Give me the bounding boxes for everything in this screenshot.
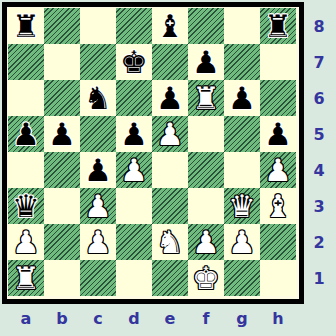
square-e4[interactable] (152, 152, 188, 188)
square-c6[interactable]: ♞ (80, 80, 116, 116)
black-pawn-f7: ♟ (192, 44, 220, 80)
white-pawn-a2: ♟ (12, 224, 40, 260)
rank-label-8: 8 (304, 8, 334, 44)
file-label-h: h (260, 303, 296, 333)
black-pawn-d5: ♟ (120, 116, 148, 152)
square-h8[interactable]: ♜ (260, 8, 296, 44)
square-c8[interactable] (80, 8, 116, 44)
square-h4[interactable]: ♟ (260, 152, 296, 188)
rank-label-7: 7 (304, 44, 334, 80)
square-f1[interactable]: ♚ (188, 260, 224, 296)
square-a1[interactable]: ♜ (8, 260, 44, 296)
square-a5[interactable]: ♟ (8, 116, 44, 152)
white-queen-g3: ♛ (228, 188, 256, 224)
board: ♜♝♜♚♟♞♟♜♟♟♟♟♟♟♟♟♟♛♟♛♝♟♟♞♟♟♜♚ (8, 8, 296, 296)
square-b8[interactable] (44, 8, 80, 44)
square-c4[interactable]: ♟ (80, 152, 116, 188)
file-labels: abcdefgh (8, 303, 296, 333)
file-label-a: a (8, 303, 44, 333)
square-g2[interactable]: ♟ (224, 224, 260, 260)
square-b6[interactable] (44, 80, 80, 116)
file-label-e: e (152, 303, 188, 333)
white-pawn-e5: ♟ (156, 116, 184, 152)
black-pawn-e6: ♟ (156, 80, 184, 116)
white-pawn-c2: ♟ (84, 224, 112, 260)
square-c1[interactable] (80, 260, 116, 296)
black-queen-a3: ♛ (12, 188, 40, 224)
square-d7[interactable]: ♚ (116, 44, 152, 80)
rank-label-2: 2 (304, 224, 334, 260)
white-pawn-f2: ♟ (192, 224, 220, 260)
square-a4[interactable] (8, 152, 44, 188)
square-d1[interactable] (116, 260, 152, 296)
square-c3[interactable]: ♟ (80, 188, 116, 224)
square-d5[interactable]: ♟ (116, 116, 152, 152)
square-g7[interactable] (224, 44, 260, 80)
square-f8[interactable] (188, 8, 224, 44)
square-g8[interactable] (224, 8, 260, 44)
square-c7[interactable] (80, 44, 116, 80)
rank-label-6: 6 (304, 80, 334, 116)
square-h1[interactable] (260, 260, 296, 296)
black-pawn-b5: ♟ (48, 116, 76, 152)
white-rook-a1: ♜ (12, 260, 40, 296)
square-a8[interactable]: ♜ (8, 8, 44, 44)
square-e7[interactable] (152, 44, 188, 80)
square-a2[interactable]: ♟ (8, 224, 44, 260)
rank-label-4: 4 (304, 152, 334, 188)
black-pawn-c4: ♟ (84, 152, 112, 188)
square-b7[interactable] (44, 44, 80, 80)
square-g6[interactable]: ♟ (224, 80, 260, 116)
square-b4[interactable] (44, 152, 80, 188)
square-f2[interactable]: ♟ (188, 224, 224, 260)
white-king-f1: ♚ (192, 260, 220, 296)
black-rook-a8: ♜ (12, 8, 40, 44)
black-pawn-g6: ♟ (228, 80, 256, 116)
file-label-c: c (80, 303, 116, 333)
square-g3[interactable]: ♛ (224, 188, 260, 224)
black-king-d7: ♚ (120, 44, 148, 80)
square-e3[interactable] (152, 188, 188, 224)
chess-diagram: ♜♝♜♚♟♞♟♜♟♟♟♟♟♟♟♟♟♛♟♛♝♟♟♞♟♟♜♚ 87654321 ab… (0, 0, 336, 336)
file-label-f: f (188, 303, 224, 333)
file-label-b: b (44, 303, 80, 333)
white-pawn-g2: ♟ (228, 224, 256, 260)
white-pawn-h4: ♟ (264, 152, 292, 188)
square-d8[interactable] (116, 8, 152, 44)
board-frame: ♜♝♜♚♟♞♟♜♟♟♟♟♟♟♟♟♟♛♟♛♝♟♟♞♟♟♜♚ (2, 2, 304, 304)
rank-label-5: 5 (304, 116, 334, 152)
square-c5[interactable] (80, 116, 116, 152)
square-b3[interactable] (44, 188, 80, 224)
square-h6[interactable] (260, 80, 296, 116)
square-h2[interactable] (260, 224, 296, 260)
square-d4[interactable]: ♟ (116, 152, 152, 188)
square-a6[interactable] (8, 80, 44, 116)
white-pawn-c3: ♟ (84, 188, 112, 224)
square-c2[interactable]: ♟ (80, 224, 116, 260)
square-e5[interactable]: ♟ (152, 116, 188, 152)
rank-label-1: 1 (304, 260, 334, 296)
rank-labels: 87654321 (304, 8, 334, 296)
black-knight-c6: ♞ (84, 80, 112, 116)
square-e2[interactable]: ♞ (152, 224, 188, 260)
square-f7[interactable]: ♟ (188, 44, 224, 80)
square-a7[interactable] (8, 44, 44, 80)
square-g4[interactable] (224, 152, 260, 188)
square-a3[interactable]: ♛ (8, 188, 44, 224)
white-rook-f6: ♜ (192, 80, 220, 116)
square-b1[interactable] (44, 260, 80, 296)
square-f6[interactable]: ♜ (188, 80, 224, 116)
black-pawn-h5: ♟ (264, 116, 292, 152)
black-rook-h8: ♜ (264, 8, 292, 44)
square-f5[interactable] (188, 116, 224, 152)
file-label-d: d (116, 303, 152, 333)
square-d6[interactable] (116, 80, 152, 116)
square-h7[interactable] (260, 44, 296, 80)
square-g1[interactable] (224, 260, 260, 296)
square-b2[interactable] (44, 224, 80, 260)
square-f4[interactable] (188, 152, 224, 188)
square-d3[interactable] (116, 188, 152, 224)
square-e6[interactable]: ♟ (152, 80, 188, 116)
square-h3[interactable]: ♝ (260, 188, 296, 224)
square-g5[interactable] (224, 116, 260, 152)
square-f3[interactable] (188, 188, 224, 224)
square-e8[interactable]: ♝ (152, 8, 188, 44)
white-knight-e2: ♞ (156, 224, 184, 260)
square-h5[interactable]: ♟ (260, 116, 296, 152)
black-bishop-e8: ♝ (156, 8, 184, 44)
square-e1[interactable] (152, 260, 188, 296)
white-bishop-h3: ♝ (264, 188, 292, 224)
square-d2[interactable] (116, 224, 152, 260)
white-pawn-d4: ♟ (120, 152, 148, 188)
rank-label-3: 3 (304, 188, 334, 224)
black-pawn-a5: ♟ (12, 116, 40, 152)
file-label-g: g (224, 303, 260, 333)
square-b5[interactable]: ♟ (44, 116, 80, 152)
